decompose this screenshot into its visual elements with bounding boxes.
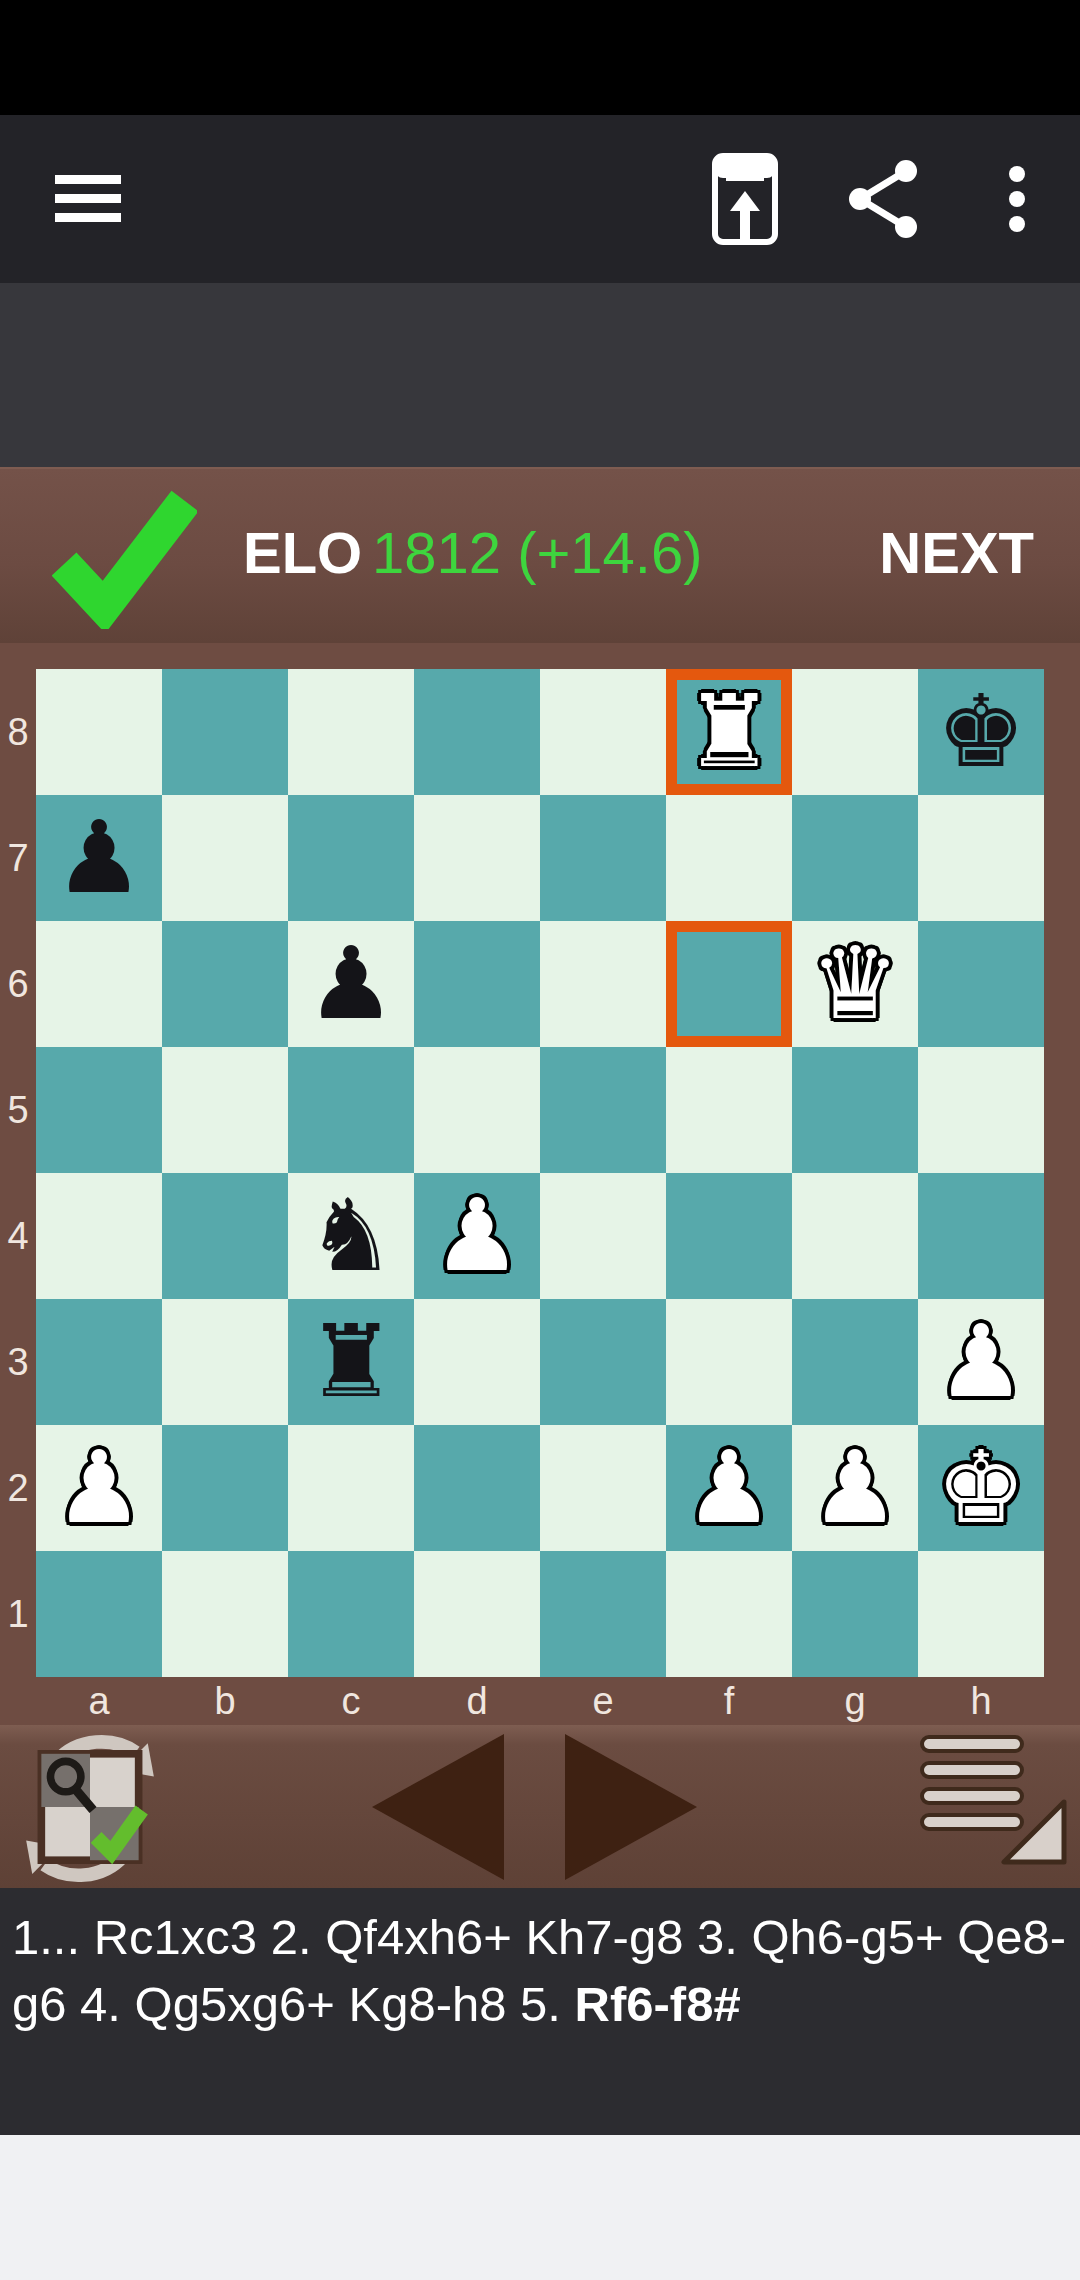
square-h6[interactable] xyxy=(918,921,1044,1047)
piece-white-pawn: ♟ xyxy=(54,1425,144,1551)
square-h3[interactable]: ♟ xyxy=(918,1299,1044,1425)
square-c6[interactable]: ♟ xyxy=(288,921,414,1047)
square-e7[interactable] xyxy=(540,795,666,921)
square-d7[interactable] xyxy=(414,795,540,921)
square-g5[interactable] xyxy=(792,1047,918,1173)
square-d1[interactable] xyxy=(414,1551,540,1677)
square-d5[interactable] xyxy=(414,1047,540,1173)
analysis-board-button[interactable] xyxy=(14,1731,166,1883)
app-toolbar xyxy=(0,115,1080,283)
square-e8[interactable] xyxy=(540,669,666,795)
square-a6[interactable] xyxy=(36,921,162,1047)
square-f6[interactable] xyxy=(666,921,792,1047)
square-g4[interactable] xyxy=(792,1173,918,1299)
share-icon xyxy=(848,159,920,239)
piece-white-pawn: ♟ xyxy=(684,1425,774,1551)
square-d8[interactable] xyxy=(414,669,540,795)
square-a4[interactable] xyxy=(36,1173,162,1299)
rank-label-6: 6 xyxy=(0,921,36,1047)
square-f1[interactable] xyxy=(666,1551,792,1677)
status-bar xyxy=(0,0,1080,115)
controls-bar xyxy=(0,1725,1080,1888)
back-button[interactable] xyxy=(372,1734,504,1880)
send-to-board-icon xyxy=(712,153,778,245)
rank-label-1: 1 xyxy=(0,1551,36,1677)
square-e1[interactable] xyxy=(540,1551,666,1677)
square-b1[interactable] xyxy=(162,1551,288,1677)
square-g8[interactable] xyxy=(792,669,918,795)
square-b2[interactable] xyxy=(162,1425,288,1551)
square-b5[interactable] xyxy=(162,1047,288,1173)
elo-label: ELO xyxy=(243,519,362,587)
file-label-e: e xyxy=(540,1677,666,1725)
square-f2[interactable]: ♟ xyxy=(666,1425,792,1551)
piece-black-rook: ♜ xyxy=(306,1299,396,1425)
file-label-f: f xyxy=(666,1677,792,1725)
piece-white-rook: ♜ xyxy=(684,669,774,795)
rank-label-3: 3 xyxy=(0,1299,36,1425)
square-d2[interactable] xyxy=(414,1425,540,1551)
file-label-h: h xyxy=(918,1677,1044,1725)
rank-label-4: 4 xyxy=(0,1173,36,1299)
square-a2[interactable]: ♟ xyxy=(36,1425,162,1551)
piece-white-pawn: ♟ xyxy=(936,1299,1026,1425)
square-e5[interactable] xyxy=(540,1047,666,1173)
ad-space xyxy=(0,283,1080,467)
piece-black-king: ♚ xyxy=(936,669,1026,795)
rank-label-7: 7 xyxy=(0,795,36,921)
move-list: 1... Rc1xc3 2. Qf4xh6+ Kh7-g8 3. Qh6-g5+… xyxy=(0,1888,1080,2135)
square-h4[interactable] xyxy=(918,1173,1044,1299)
square-b8[interactable] xyxy=(162,669,288,795)
rank-label-5: 5 xyxy=(0,1047,36,1173)
overflow-menu-button[interactable] xyxy=(990,115,1044,283)
square-g6[interactable]: ♛ xyxy=(792,921,918,1047)
menu-button[interactable] xyxy=(48,115,128,283)
square-f8[interactable]: ♜ xyxy=(666,669,792,795)
chess-board: ♜♚♟♟♛♞♟♜♟♟♟♟♚ xyxy=(36,669,1044,1677)
square-e4[interactable] xyxy=(540,1173,666,1299)
bottom-space xyxy=(0,2135,1080,2280)
square-f4[interactable] xyxy=(666,1173,792,1299)
square-f7[interactable] xyxy=(666,795,792,921)
square-c4[interactable]: ♞ xyxy=(288,1173,414,1299)
menu-icon xyxy=(55,175,121,223)
file-label-c: c xyxy=(288,1677,414,1725)
piece-black-knight: ♞ xyxy=(306,1173,396,1299)
square-c5[interactable] xyxy=(288,1047,414,1173)
forward-button[interactable] xyxy=(565,1734,697,1880)
square-h7[interactable] xyxy=(918,795,1044,921)
final-move-text: Rf6-f8# xyxy=(575,1977,741,2031)
square-a7[interactable]: ♟ xyxy=(36,795,162,921)
piece-white-queen: ♛ xyxy=(810,921,900,1047)
square-f5[interactable] xyxy=(666,1047,792,1173)
elo-value: 1812 (+14.6) xyxy=(372,519,703,587)
piece-white-king: ♚ xyxy=(936,1425,1026,1551)
rank-label-2: 2 xyxy=(0,1425,36,1551)
overflow-menu-icon xyxy=(1009,166,1025,232)
board-frame: ♜♚♟♟♛♞♟♜♟♟♟♟♚ 87654321 abcdefgh xyxy=(0,643,1080,1725)
file-label-g: g xyxy=(792,1677,918,1725)
piece-black-pawn: ♟ xyxy=(306,921,396,1047)
square-a8[interactable] xyxy=(36,669,162,795)
square-a5[interactable] xyxy=(36,1047,162,1173)
square-f3[interactable] xyxy=(666,1299,792,1425)
square-h8[interactable]: ♚ xyxy=(918,669,1044,795)
square-d3[interactable] xyxy=(414,1299,540,1425)
square-b4[interactable] xyxy=(162,1173,288,1299)
square-h5[interactable] xyxy=(918,1047,1044,1173)
square-h2[interactable]: ♚ xyxy=(918,1425,1044,1551)
moves-text: 1... Rc1xc3 2. Qf4xh6+ Kh7-g8 3. Qh6-g5+… xyxy=(12,1910,1066,2031)
square-b6[interactable] xyxy=(162,921,288,1047)
square-g3[interactable] xyxy=(792,1299,918,1425)
resize-corner-handle[interactable] xyxy=(1000,1798,1070,1868)
square-c8[interactable] xyxy=(288,669,414,795)
square-d4[interactable]: ♟ xyxy=(414,1173,540,1299)
square-c7[interactable] xyxy=(288,795,414,921)
piece-white-pawn: ♟ xyxy=(432,1173,522,1299)
square-g7[interactable] xyxy=(792,795,918,921)
square-a3[interactable] xyxy=(36,1299,162,1425)
send-to-board-button[interactable] xyxy=(700,115,790,283)
square-e6[interactable] xyxy=(540,921,666,1047)
square-c1[interactable] xyxy=(288,1551,414,1677)
square-b3[interactable] xyxy=(162,1299,288,1425)
result-banner: ELO 1812 (+14.6) NEXT xyxy=(0,467,1080,643)
file-label-a: a xyxy=(36,1677,162,1725)
piece-black-pawn: ♟ xyxy=(54,795,144,921)
square-h1[interactable] xyxy=(918,1551,1044,1677)
square-e2[interactable] xyxy=(540,1425,666,1551)
square-d6[interactable] xyxy=(414,921,540,1047)
correct-checkmark-icon xyxy=(52,489,197,629)
square-b7[interactable] xyxy=(162,795,288,921)
square-e3[interactable] xyxy=(540,1299,666,1425)
file-label-d: d xyxy=(414,1677,540,1725)
file-label-b: b xyxy=(162,1677,288,1725)
square-g1[interactable] xyxy=(792,1551,918,1677)
square-a1[interactable] xyxy=(36,1551,162,1677)
rank-label-8: 8 xyxy=(0,669,36,795)
square-c3[interactable]: ♜ xyxy=(288,1299,414,1425)
next-button[interactable]: NEXT xyxy=(879,519,1034,587)
square-c2[interactable] xyxy=(288,1425,414,1551)
share-button[interactable] xyxy=(838,115,930,283)
piece-white-pawn: ♟ xyxy=(810,1425,900,1551)
square-g2[interactable]: ♟ xyxy=(792,1425,918,1551)
